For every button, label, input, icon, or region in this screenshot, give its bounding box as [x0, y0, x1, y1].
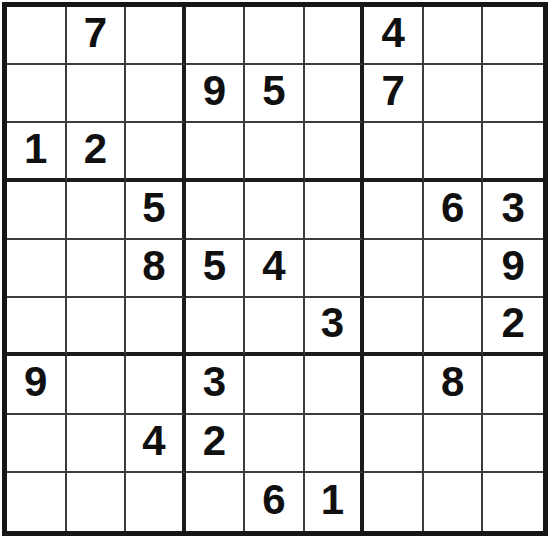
cell-r8c6[interactable] [305, 415, 365, 473]
cell-r7c1[interactable]: 9 [7, 356, 67, 414]
cell-r7c2[interactable] [67, 356, 127, 414]
cell-r6c4[interactable] [186, 298, 246, 356]
cell-r2c3[interactable] [126, 65, 186, 123]
cell-r8c8[interactable] [424, 415, 484, 473]
cell-r6c5[interactable] [245, 298, 305, 356]
cell-r6c8[interactable] [424, 298, 484, 356]
cell-r6c2[interactable] [67, 298, 127, 356]
cell-r7c9[interactable] [483, 356, 543, 414]
cell-r1c7[interactable]: 4 [364, 7, 424, 65]
cell-r8c7[interactable] [364, 415, 424, 473]
cell-r9c6[interactable]: 1 [305, 473, 365, 531]
cell-r4c4[interactable] [186, 182, 246, 240]
cell-r9c9[interactable] [483, 473, 543, 531]
cell-r2c4[interactable]: 9 [186, 65, 246, 123]
cell-r6c1[interactable] [7, 298, 67, 356]
cell-r5c5[interactable]: 4 [245, 240, 305, 298]
cell-r6c6[interactable]: 3 [305, 298, 365, 356]
cell-r8c9[interactable] [483, 415, 543, 473]
cell-r9c8[interactable] [424, 473, 484, 531]
cell-r7c6[interactable] [305, 356, 365, 414]
cell-r1c5[interactable] [245, 7, 305, 65]
cell-r5c2[interactable] [67, 240, 127, 298]
cell-r7c4[interactable]: 3 [186, 356, 246, 414]
cell-r8c2[interactable] [67, 415, 127, 473]
cell-r5c9[interactable]: 9 [483, 240, 543, 298]
cell-r3c1[interactable]: 1 [7, 123, 67, 181]
cell-r3c6[interactable] [305, 123, 365, 181]
cell-r9c1[interactable] [7, 473, 67, 531]
cell-r1c9[interactable] [483, 7, 543, 65]
cell-r8c1[interactable] [7, 415, 67, 473]
cell-r7c8[interactable]: 8 [424, 356, 484, 414]
cell-r6c3[interactable] [126, 298, 186, 356]
cell-r5c6[interactable] [305, 240, 365, 298]
cell-r1c3[interactable] [126, 7, 186, 65]
cell-r9c7[interactable] [364, 473, 424, 531]
cell-r3c8[interactable] [424, 123, 484, 181]
cell-r3c4[interactable] [186, 123, 246, 181]
cell-r3c3[interactable] [126, 123, 186, 181]
cell-r7c3[interactable] [126, 356, 186, 414]
cell-r4c1[interactable] [7, 182, 67, 240]
cell-r2c8[interactable] [424, 65, 484, 123]
cell-r9c2[interactable] [67, 473, 127, 531]
cell-r9c5[interactable]: 6 [245, 473, 305, 531]
cell-r4c7[interactable] [364, 182, 424, 240]
cell-r2c1[interactable] [7, 65, 67, 123]
cell-r1c1[interactable] [7, 7, 67, 65]
cell-r1c2[interactable]: 7 [67, 7, 127, 65]
cell-r7c7[interactable] [364, 356, 424, 414]
cell-r2c7[interactable]: 7 [364, 65, 424, 123]
cell-r6c9[interactable]: 2 [483, 298, 543, 356]
cell-r5c1[interactable] [7, 240, 67, 298]
cell-r3c5[interactable] [245, 123, 305, 181]
cell-r5c3[interactable]: 8 [126, 240, 186, 298]
cell-r2c2[interactable] [67, 65, 127, 123]
cell-r2c9[interactable] [483, 65, 543, 123]
cell-r2c6[interactable] [305, 65, 365, 123]
cell-r3c9[interactable] [483, 123, 543, 181]
cell-r9c3[interactable] [126, 473, 186, 531]
cell-r4c9[interactable]: 3 [483, 182, 543, 240]
cell-r1c4[interactable] [186, 7, 246, 65]
cell-r8c5[interactable] [245, 415, 305, 473]
cell-r5c8[interactable] [424, 240, 484, 298]
cell-r9c4[interactable] [186, 473, 246, 531]
cell-r4c6[interactable] [305, 182, 365, 240]
cell-r1c6[interactable] [305, 7, 365, 65]
cell-r5c4[interactable]: 5 [186, 240, 246, 298]
cell-r8c3[interactable]: 4 [126, 415, 186, 473]
cell-r6c7[interactable] [364, 298, 424, 356]
sudoku-page: 74957125638549329384261 [0, 0, 550, 538]
cell-r4c8[interactable]: 6 [424, 182, 484, 240]
cell-r4c3[interactable]: 5 [126, 182, 186, 240]
cell-r2c5[interactable]: 5 [245, 65, 305, 123]
cell-r1c8[interactable] [424, 7, 484, 65]
cell-r8c4[interactable]: 2 [186, 415, 246, 473]
sudoku-board: 74957125638549329384261 [2, 2, 548, 536]
cell-r3c7[interactable] [364, 123, 424, 181]
cell-r4c5[interactable] [245, 182, 305, 240]
cell-r5c7[interactable] [364, 240, 424, 298]
cell-r4c2[interactable] [67, 182, 127, 240]
cell-r3c2[interactable]: 2 [67, 123, 127, 181]
cell-r7c5[interactable] [245, 356, 305, 414]
